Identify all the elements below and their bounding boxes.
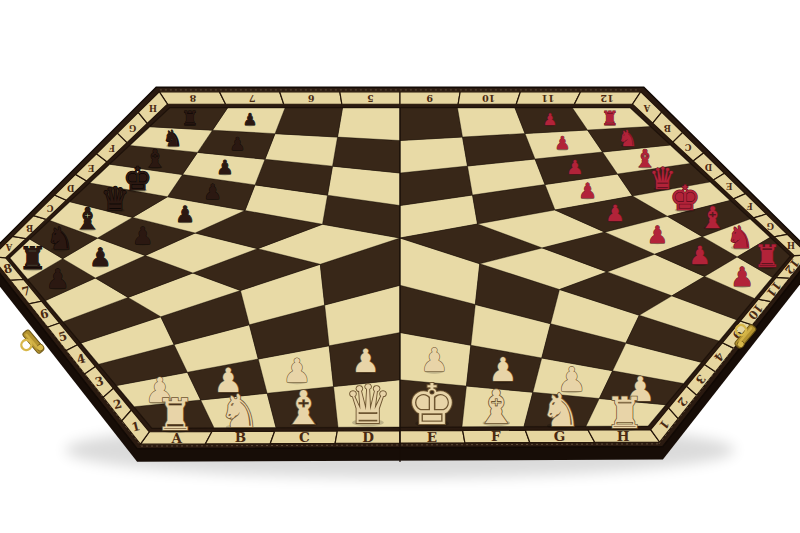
piece-glyph: ♟ bbox=[555, 133, 571, 153]
coordinate-label: H bbox=[149, 103, 157, 113]
piece-glyph: ♟ bbox=[243, 110, 257, 129]
piece-black-pawn: ♟ bbox=[132, 222, 153, 250]
piece-red-rook: ♜ bbox=[601, 107, 618, 130]
piece-glyph: ♟ bbox=[566, 156, 583, 179]
piece-glyph: ♟ bbox=[203, 180, 222, 204]
coordinate-label: A bbox=[5, 242, 13, 252]
piece-white-rook: ♜ bbox=[156, 390, 195, 440]
piece-glyph: ♟ bbox=[605, 200, 625, 226]
piece-glyph: ♟ bbox=[216, 156, 233, 179]
piece-glyph: ♜ bbox=[754, 238, 782, 274]
piece-glyph: ♜ bbox=[19, 240, 47, 276]
piece-red-pawn: ♟ bbox=[578, 179, 597, 203]
piece-white-knight: ♞ bbox=[540, 384, 581, 437]
piece-glyph: ♜ bbox=[156, 390, 195, 440]
coordinate-label: A bbox=[643, 103, 651, 113]
piece-black-rook: ♜ bbox=[19, 240, 47, 276]
coordinate-label: C bbox=[47, 203, 54, 213]
piece-glyph: ♞ bbox=[540, 384, 581, 437]
piece-white-queen: ♛ bbox=[344, 374, 392, 436]
piece-glyph: ♜ bbox=[601, 107, 618, 130]
piece-red-pawn: ♟ bbox=[605, 200, 625, 226]
piece-glyph: ♟ bbox=[89, 243, 112, 272]
piece-white-bishop: ♝ bbox=[476, 380, 517, 434]
piece-glyph: ♜ bbox=[181, 107, 199, 130]
piece-red-pawn: ♟ bbox=[566, 156, 583, 179]
piece-black-pawn: ♟ bbox=[230, 134, 246, 154]
board-cell bbox=[338, 108, 401, 141]
coordinate-label: B bbox=[26, 223, 33, 233]
piece-black-knight: ♞ bbox=[46, 220, 74, 256]
coordinate-label: 10 bbox=[482, 93, 496, 104]
piece-glyph: ♞ bbox=[46, 220, 74, 256]
piece-glyph: ♜ bbox=[605, 388, 644, 438]
product-photo: ABCDEFGH876543211234910111287659101112AB… bbox=[0, 0, 800, 533]
piece-glyph: ♝ bbox=[74, 201, 101, 236]
piece-glyph: ♚ bbox=[407, 371, 458, 437]
coordinate-label: D bbox=[66, 183, 74, 193]
coordinate-label: 6 bbox=[308, 93, 315, 104]
coordinate-label: E bbox=[725, 181, 732, 191]
three-player-chess-board: ABCDEFGH876543211234910111287659101112AB… bbox=[0, 0, 800, 533]
piece-red-pawn: ♟ bbox=[730, 261, 754, 292]
piece-glyph: ♝ bbox=[476, 380, 517, 434]
piece-red-bishop: ♝ bbox=[699, 201, 726, 235]
piece-glyph: ♝ bbox=[699, 201, 726, 235]
piece-black-bishop: ♝ bbox=[74, 201, 101, 236]
coordinate-label: 12 bbox=[600, 93, 613, 104]
coordinate-label: 9 bbox=[426, 93, 433, 104]
board-cell bbox=[458, 108, 526, 137]
piece-black-pawn: ♟ bbox=[243, 110, 257, 129]
piece-red-rook: ♜ bbox=[754, 238, 782, 274]
piece-black-pawn: ♟ bbox=[46, 263, 70, 294]
piece-glyph: ♟ bbox=[647, 221, 668, 249]
piece-glyph: ♚ bbox=[670, 178, 701, 218]
coordinate-label: H bbox=[787, 240, 795, 250]
piece-black-pawn: ♟ bbox=[89, 243, 112, 272]
piece-glyph: ♟ bbox=[46, 263, 70, 294]
piece-red-king: ♚ bbox=[670, 178, 701, 218]
coordinate-label: 7 bbox=[249, 93, 256, 104]
coordinate-label: G bbox=[767, 221, 774, 231]
piece-glyph: ♝ bbox=[283, 381, 324, 435]
piece-red-pawn: ♟ bbox=[688, 241, 711, 270]
piece-glyph: ♟ bbox=[543, 110, 557, 129]
piece-glyph: ♞ bbox=[219, 385, 260, 438]
piece-black-rook: ♜ bbox=[181, 107, 199, 130]
coordinate-label: C bbox=[684, 142, 691, 152]
piece-black-pawn: ♟ bbox=[203, 180, 222, 204]
coordinate-label: 5 bbox=[367, 93, 374, 104]
top-number-strip: 87659101112 bbox=[159, 92, 641, 104]
piece-black-pawn: ♟ bbox=[216, 156, 233, 179]
piece-white-rook: ♜ bbox=[605, 388, 644, 438]
piece-glyph: ♟ bbox=[230, 134, 246, 154]
piece-glyph: ♟ bbox=[688, 241, 711, 270]
board-cell bbox=[275, 108, 343, 137]
piece-glyph: ♟ bbox=[175, 201, 195, 227]
coordinate-label: 11 bbox=[541, 93, 554, 104]
coordinate-label: E bbox=[88, 163, 95, 173]
coordinate-label: D bbox=[704, 162, 712, 172]
coordinate-label: F bbox=[109, 143, 115, 153]
board-cell bbox=[400, 108, 463, 141]
piece-black-queen: ♛ bbox=[100, 180, 129, 218]
coordinate-label: G bbox=[129, 123, 136, 133]
coordinate-label: 8 bbox=[189, 93, 196, 104]
piece-glyph: ♟ bbox=[730, 261, 754, 292]
piece-white-knight: ♞ bbox=[219, 385, 260, 438]
piece-glyph: ♞ bbox=[726, 220, 754, 255]
piece-red-pawn: ♟ bbox=[543, 110, 557, 129]
piece-white-king: ♚ bbox=[407, 371, 458, 437]
piece-glyph: ♟ bbox=[578, 179, 597, 203]
piece-glyph: ♟ bbox=[132, 222, 153, 250]
coordinate-label: B bbox=[664, 123, 671, 133]
coordinate-label: F bbox=[747, 201, 753, 211]
piece-red-pawn: ♟ bbox=[647, 221, 668, 249]
piece-black-pawn: ♟ bbox=[175, 201, 195, 227]
piece-glyph: ♛ bbox=[100, 180, 129, 218]
piece-red-pawn: ♟ bbox=[555, 133, 571, 153]
piece-glyph: ♛ bbox=[344, 374, 392, 436]
piece-white-bishop: ♝ bbox=[283, 381, 324, 435]
piece-red-knight: ♞ bbox=[726, 220, 754, 255]
